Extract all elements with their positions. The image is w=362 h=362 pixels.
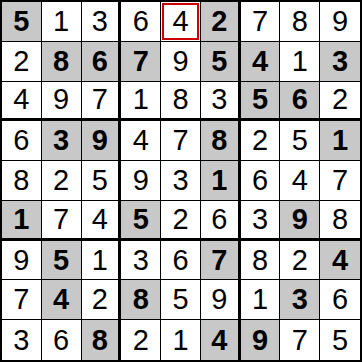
cell-r4c2[interactable]: 3 bbox=[42, 121, 82, 161]
cell-r9c1[interactable]: 3 bbox=[2, 320, 42, 360]
cell-r8c9[interactable]: 6 bbox=[320, 280, 360, 320]
cell-r7c6[interactable]: 7 bbox=[201, 241, 241, 281]
cell-r8c1[interactable]: 7 bbox=[2, 280, 42, 320]
cell-r6c8[interactable]: 9 bbox=[280, 201, 320, 241]
cell-r2c3[interactable]: 6 bbox=[82, 42, 122, 82]
cell-r1c3[interactable]: 3 bbox=[82, 2, 122, 42]
cell-r6c2[interactable]: 7 bbox=[42, 201, 82, 241]
cell-r1c4[interactable]: 6 bbox=[121, 2, 161, 42]
cell-r9c7[interactable]: 9 bbox=[241, 320, 281, 360]
cell-r4c3[interactable]: 9 bbox=[82, 121, 122, 161]
cell-r7c2[interactable]: 5 bbox=[42, 241, 82, 281]
cell-r3c6[interactable]: 3 bbox=[201, 82, 241, 122]
cell-r4c5[interactable]: 7 bbox=[161, 121, 201, 161]
cell-r2c1[interactable]: 2 bbox=[2, 42, 42, 82]
cell-r9c3[interactable]: 8 bbox=[82, 320, 122, 360]
cell-r6c6[interactable]: 6 bbox=[201, 201, 241, 241]
cell-r3c9[interactable]: 2 bbox=[320, 82, 360, 122]
cell-r2c2[interactable]: 8 bbox=[42, 42, 82, 82]
cell-r3c2[interactable]: 9 bbox=[42, 82, 82, 122]
cell-r8c8[interactable]: 3 bbox=[280, 280, 320, 320]
cell-r7c7[interactable]: 8 bbox=[241, 241, 281, 281]
cell-r7c9[interactable]: 4 bbox=[320, 241, 360, 281]
cell-r5c1[interactable]: 8 bbox=[2, 161, 42, 201]
cell-r3c5[interactable]: 8 bbox=[161, 82, 201, 122]
cell-r8c6[interactable]: 9 bbox=[201, 280, 241, 320]
cell-r6c3[interactable]: 4 bbox=[82, 201, 122, 241]
cell-r6c7[interactable]: 3 bbox=[241, 201, 281, 241]
cell-r4c8[interactable]: 5 bbox=[280, 121, 320, 161]
cell-r6c5[interactable]: 2 bbox=[161, 201, 201, 241]
cell-r5c8[interactable]: 4 bbox=[280, 161, 320, 201]
cell-r8c5[interactable]: 5 bbox=[161, 280, 201, 320]
cell-r7c8[interactable]: 2 bbox=[280, 241, 320, 281]
cell-r5c2[interactable]: 2 bbox=[42, 161, 82, 201]
cell-r9c4[interactable]: 2 bbox=[121, 320, 161, 360]
cell-r1c1[interactable]: 5 bbox=[2, 2, 42, 42]
cell-r1c2[interactable]: 1 bbox=[42, 2, 82, 42]
cell-r5c7[interactable]: 6 bbox=[241, 161, 281, 201]
cell-r4c7[interactable]: 2 bbox=[241, 121, 281, 161]
cell-r9c2[interactable]: 6 bbox=[42, 320, 82, 360]
cell-r2c8[interactable]: 1 bbox=[280, 42, 320, 82]
cell-r9c5[interactable]: 1 bbox=[161, 320, 201, 360]
cell-r4c9[interactable]: 1 bbox=[320, 121, 360, 161]
cell-r6c4[interactable]: 5 bbox=[121, 201, 161, 241]
cell-r6c9[interactable]: 8 bbox=[320, 201, 360, 241]
cell-r8c4[interactable]: 8 bbox=[121, 280, 161, 320]
cell-r7c4[interactable]: 3 bbox=[121, 241, 161, 281]
cell-r8c3[interactable]: 2 bbox=[82, 280, 122, 320]
cell-r5c6[interactable]: 1 bbox=[201, 161, 241, 201]
cell-r3c4[interactable]: 1 bbox=[121, 82, 161, 122]
cell-r9c9[interactable]: 5 bbox=[320, 320, 360, 360]
cell-r3c1[interactable]: 4 bbox=[2, 82, 42, 122]
cell-r4c4[interactable]: 4 bbox=[121, 121, 161, 161]
cell-r2c4[interactable]: 7 bbox=[121, 42, 161, 82]
cell-r3c7[interactable]: 5 bbox=[241, 82, 281, 122]
cell-r1c9[interactable]: 9 bbox=[320, 2, 360, 42]
cell-r9c8[interactable]: 7 bbox=[280, 320, 320, 360]
cell-r5c5[interactable]: 3 bbox=[161, 161, 201, 201]
cell-r7c5[interactable]: 6 bbox=[161, 241, 201, 281]
cell-r1c8[interactable]: 8 bbox=[280, 2, 320, 42]
cell-r5c9[interactable]: 7 bbox=[320, 161, 360, 201]
sudoku-board: 5136427892867954134971835626394782518259… bbox=[0, 0, 362, 362]
cell-r7c3[interactable]: 1 bbox=[82, 241, 122, 281]
cell-r2c5[interactable]: 9 bbox=[161, 42, 201, 82]
cell-r2c6[interactable]: 5 bbox=[201, 42, 241, 82]
cell-r5c4[interactable]: 9 bbox=[121, 161, 161, 201]
cell-r1c6[interactable]: 2 bbox=[201, 2, 241, 42]
cell-r8c7[interactable]: 1 bbox=[241, 280, 281, 320]
cell-r9c6[interactable]: 4 bbox=[201, 320, 241, 360]
cell-r8c2[interactable]: 4 bbox=[42, 280, 82, 320]
cell-r6c1[interactable]: 1 bbox=[2, 201, 42, 241]
cell-r4c1[interactable]: 6 bbox=[2, 121, 42, 161]
selected-cell-r1c5[interactable]: 4 bbox=[161, 2, 201, 42]
cell-r2c7[interactable]: 4 bbox=[241, 42, 281, 82]
cell-r5c3[interactable]: 5 bbox=[82, 161, 122, 201]
cell-r7c1[interactable]: 9 bbox=[2, 241, 42, 281]
cell-r4c6[interactable]: 8 bbox=[201, 121, 241, 161]
cell-r2c9[interactable]: 3 bbox=[320, 42, 360, 82]
cell-r3c8[interactable]: 6 bbox=[280, 82, 320, 122]
cell-r1c7[interactable]: 7 bbox=[241, 2, 281, 42]
cell-r3c3[interactable]: 7 bbox=[82, 82, 122, 122]
